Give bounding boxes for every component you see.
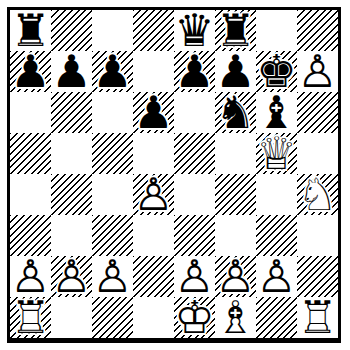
square-a1[interactable]: ♜♖	[10, 297, 51, 338]
square-h6[interactable]	[297, 92, 338, 133]
square-f1[interactable]: ♝♗	[215, 297, 256, 338]
square-b5[interactable]	[51, 133, 92, 174]
white-rook: ♜♖	[297, 297, 338, 338]
white-knight: ♞♘	[297, 174, 338, 215]
square-d7[interactable]	[133, 51, 174, 92]
white-pawn: ♟♙	[297, 51, 338, 92]
square-e4[interactable]	[174, 174, 215, 215]
square-c1[interactable]	[92, 297, 133, 338]
square-c4[interactable]	[92, 174, 133, 215]
chess-board: ♜♜♛♛♜♜♟♟♟♟♟♟♟♟♟♟♚♚♟♙♟♟♞♞♝♝♛♕♟♙♞♘♟♙♟♙♟♙♟♙…	[7, 7, 341, 343]
square-g4[interactable]	[256, 174, 297, 215]
square-c7[interactable]: ♟♟	[92, 51, 133, 92]
square-b3[interactable]	[51, 215, 92, 256]
square-h1[interactable]: ♜♖	[297, 297, 338, 338]
square-e7[interactable]: ♟♟	[174, 51, 215, 92]
square-b6[interactable]	[51, 92, 92, 133]
square-g8[interactable]	[256, 10, 297, 51]
square-e5[interactable]	[174, 133, 215, 174]
square-a6[interactable]	[10, 92, 51, 133]
square-d8[interactable]	[133, 10, 174, 51]
white-pawn: ♟♙	[51, 256, 92, 297]
square-e1[interactable]: ♚♔	[174, 297, 215, 338]
square-g2[interactable]: ♟♙	[256, 256, 297, 297]
white-king: ♚♔	[174, 297, 215, 338]
square-d2[interactable]	[133, 256, 174, 297]
square-c2[interactable]: ♟♙	[92, 256, 133, 297]
white-bishop: ♝♗	[215, 297, 256, 338]
black-pawn: ♟♟	[174, 51, 215, 92]
square-e6[interactable]	[174, 92, 215, 133]
square-c5[interactable]	[92, 133, 133, 174]
square-b7[interactable]: ♟♟	[51, 51, 92, 92]
square-g3[interactable]	[256, 215, 297, 256]
square-f4[interactable]	[215, 174, 256, 215]
white-pawn: ♟♙	[133, 174, 174, 215]
square-d6[interactable]: ♟♟	[133, 92, 174, 133]
white-pawn: ♟♙	[10, 256, 51, 297]
square-f6[interactable]: ♞♞	[215, 92, 256, 133]
square-h8[interactable]	[297, 10, 338, 51]
square-c3[interactable]	[92, 215, 133, 256]
black-pawn: ♟♟	[10, 51, 51, 92]
black-queen: ♛♛	[174, 10, 215, 51]
square-a5[interactable]	[10, 133, 51, 174]
black-pawn: ♟♟	[51, 51, 92, 92]
square-c8[interactable]	[92, 10, 133, 51]
white-pawn: ♟♙	[215, 256, 256, 297]
square-f8[interactable]: ♜♜	[215, 10, 256, 51]
square-a8[interactable]: ♜♜	[10, 10, 51, 51]
black-pawn: ♟♟	[215, 51, 256, 92]
square-g7[interactable]: ♚♚	[256, 51, 297, 92]
white-rook: ♜♖	[10, 297, 51, 338]
square-a4[interactable]	[10, 174, 51, 215]
square-h5[interactable]	[297, 133, 338, 174]
square-b4[interactable]	[51, 174, 92, 215]
square-a3[interactable]	[10, 215, 51, 256]
black-rook: ♜♜	[10, 10, 51, 51]
black-king: ♚♚	[256, 51, 297, 92]
square-h4[interactable]: ♞♘	[297, 174, 338, 215]
white-queen: ♛♕	[256, 133, 297, 174]
square-e8[interactable]: ♛♛	[174, 10, 215, 51]
square-f7[interactable]: ♟♟	[215, 51, 256, 92]
square-d5[interactable]	[133, 133, 174, 174]
black-rook: ♜♜	[215, 10, 256, 51]
square-e3[interactable]	[174, 215, 215, 256]
square-g5[interactable]: ♛♕	[256, 133, 297, 174]
square-g1[interactable]	[256, 297, 297, 338]
chess-diagram: ♜♜♛♛♜♜♟♟♟♟♟♟♟♟♟♟♚♚♟♙♟♟♞♞♝♝♛♕♟♙♞♘♟♙♟♙♟♙♟♙…	[0, 0, 350, 350]
square-h2[interactable]	[297, 256, 338, 297]
square-b1[interactable]	[51, 297, 92, 338]
square-f5[interactable]	[215, 133, 256, 174]
white-pawn: ♟♙	[174, 256, 215, 297]
white-pawn: ♟♙	[92, 256, 133, 297]
square-d4[interactable]: ♟♙	[133, 174, 174, 215]
white-pawn: ♟♙	[256, 256, 297, 297]
square-b8[interactable]	[51, 10, 92, 51]
black-knight: ♞♞	[215, 92, 256, 133]
square-d3[interactable]	[133, 215, 174, 256]
square-a7[interactable]: ♟♟	[10, 51, 51, 92]
square-h3[interactable]	[297, 215, 338, 256]
black-pawn: ♟♟	[92, 51, 133, 92]
square-h7[interactable]: ♟♙	[297, 51, 338, 92]
square-c6[interactable]	[92, 92, 133, 133]
square-f2[interactable]: ♟♙	[215, 256, 256, 297]
black-bishop: ♝♝	[256, 92, 297, 133]
square-g6[interactable]: ♝♝	[256, 92, 297, 133]
square-e2[interactable]: ♟♙	[174, 256, 215, 297]
black-pawn: ♟♟	[133, 92, 174, 133]
square-a2[interactable]: ♟♙	[10, 256, 51, 297]
square-d1[interactable]	[133, 297, 174, 338]
square-f3[interactable]	[215, 215, 256, 256]
square-b2[interactable]: ♟♙	[51, 256, 92, 297]
